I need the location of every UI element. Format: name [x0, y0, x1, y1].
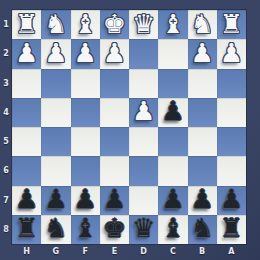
square-e3[interactable]	[100, 69, 129, 98]
square-h4[interactable]	[12, 98, 41, 127]
piece-white-king[interactable]: ♚	[103, 11, 126, 37]
square-c5[interactable]	[158, 127, 187, 156]
piece-white-bishop[interactable]: ♝	[73, 11, 96, 37]
rank-label-7: 7	[0, 186, 12, 215]
piece-black-bishop[interactable]: ♝	[161, 215, 184, 241]
square-h8[interactable]: ♜	[12, 215, 41, 244]
piece-black-rook[interactable]: ♜	[220, 215, 243, 241]
square-e7[interactable]: ♟	[100, 186, 129, 215]
square-c4[interactable]: ♟	[158, 98, 187, 127]
file-label-e: E	[100, 244, 129, 258]
square-e5[interactable]	[100, 127, 129, 156]
piece-white-pawn[interactable]: ♟	[190, 40, 213, 66]
piece-white-pawn[interactable]: ♟	[103, 40, 126, 66]
square-g5[interactable]	[41, 127, 70, 156]
piece-white-knight[interactable]: ♞	[190, 11, 213, 37]
square-g1[interactable]: ♞	[41, 10, 70, 39]
file-label-b: B	[188, 244, 217, 258]
file-label-a: A	[217, 244, 246, 258]
square-g6[interactable]	[41, 156, 70, 185]
square-b6[interactable]	[188, 156, 217, 185]
square-f3[interactable]	[71, 69, 100, 98]
square-a1[interactable]: ♜	[217, 10, 246, 39]
piece-white-pawn[interactable]: ♟	[15, 40, 38, 66]
square-c6[interactable]	[158, 156, 187, 185]
square-f5[interactable]	[71, 127, 100, 156]
piece-white-pawn[interactable]: ♟	[220, 40, 243, 66]
square-h1[interactable]: ♜	[12, 10, 41, 39]
square-g7[interactable]: ♟	[41, 186, 70, 215]
piece-black-pawn[interactable]: ♟	[161, 186, 184, 212]
square-d8[interactable]: ♛	[129, 215, 158, 244]
file-labels: HGFEDCBA	[12, 244, 246, 258]
square-d4[interactable]: ♟	[129, 98, 158, 127]
square-h6[interactable]	[12, 156, 41, 185]
square-b1[interactable]: ♞	[188, 10, 217, 39]
rank-label-1: 1	[0, 10, 12, 39]
square-a8[interactable]: ♜	[217, 215, 246, 244]
piece-black-pawn[interactable]: ♟	[161, 98, 184, 124]
square-c1[interactable]: ♝	[158, 10, 187, 39]
file-label-d: D	[129, 244, 158, 258]
square-d7[interactable]	[129, 186, 158, 215]
square-c3[interactable]	[158, 69, 187, 98]
piece-black-rook[interactable]: ♜	[15, 215, 38, 241]
square-a7[interactable]: ♟	[217, 186, 246, 215]
file-label-f: F	[71, 244, 100, 258]
square-f1[interactable]: ♝	[71, 10, 100, 39]
square-b8[interactable]: ♞	[188, 215, 217, 244]
piece-black-pawn[interactable]: ♟	[190, 186, 213, 212]
chess-board-frame: 12345678 ♜♞♝♚♛♝♞♜♟♟♟♟♟♟♟♟♟♟♟♟♟♟♟♜♞♝♚♛♝♞♜…	[0, 0, 260, 260]
square-e6[interactable]	[100, 156, 129, 185]
piece-black-king[interactable]: ♚	[103, 215, 126, 241]
piece-white-rook[interactable]: ♜	[220, 11, 243, 37]
square-b5[interactable]	[188, 127, 217, 156]
square-f8[interactable]: ♝	[71, 215, 100, 244]
piece-white-queen[interactable]: ♛	[132, 11, 155, 37]
piece-black-pawn[interactable]: ♟	[220, 186, 243, 212]
square-c8[interactable]: ♝	[158, 215, 187, 244]
square-e4[interactable]	[100, 98, 129, 127]
square-c2[interactable]	[158, 39, 187, 68]
square-f6[interactable]	[71, 156, 100, 185]
piece-black-bishop[interactable]: ♝	[73, 215, 96, 241]
rank-label-6: 6	[0, 156, 12, 185]
square-h7[interactable]: ♟	[12, 186, 41, 215]
square-e8[interactable]: ♚	[100, 215, 129, 244]
piece-white-rook[interactable]: ♜	[15, 11, 38, 37]
square-b7[interactable]: ♟	[188, 186, 217, 215]
piece-black-knight[interactable]: ♞	[190, 215, 213, 241]
piece-white-pawn[interactable]: ♟	[44, 40, 67, 66]
piece-black-pawn[interactable]: ♟	[103, 186, 126, 212]
file-label-g: G	[41, 244, 70, 258]
square-d3[interactable]	[129, 69, 158, 98]
square-h5[interactable]	[12, 127, 41, 156]
square-f2[interactable]: ♟	[71, 39, 100, 68]
square-d1[interactable]: ♛	[129, 10, 158, 39]
file-label-h: H	[12, 244, 41, 258]
rank-label-4: 4	[0, 98, 12, 127]
square-g4[interactable]	[41, 98, 70, 127]
rank-labels: 12345678	[0, 10, 12, 244]
square-c7[interactable]: ♟	[158, 186, 187, 215]
square-h3[interactable]	[12, 69, 41, 98]
piece-white-pawn[interactable]: ♟	[73, 40, 96, 66]
piece-black-knight[interactable]: ♞	[44, 215, 67, 241]
square-d5[interactable]	[129, 127, 158, 156]
piece-black-pawn[interactable]: ♟	[44, 186, 67, 212]
rank-label-3: 3	[0, 69, 12, 98]
piece-black-pawn[interactable]: ♟	[15, 186, 38, 212]
square-f4[interactable]	[71, 98, 100, 127]
square-a4[interactable]	[217, 98, 246, 127]
piece-white-pawn[interactable]: ♟	[132, 98, 155, 124]
rank-label-8: 8	[0, 215, 12, 244]
piece-white-knight[interactable]: ♞	[44, 11, 67, 37]
chess-board: ♜♞♝♚♛♝♞♜♟♟♟♟♟♟♟♟♟♟♟♟♟♟♟♜♞♝♚♛♝♞♜	[12, 10, 246, 244]
file-label-c: C	[158, 244, 187, 258]
rank-label-5: 5	[0, 127, 12, 156]
square-e2[interactable]: ♟	[100, 39, 129, 68]
square-g3[interactable]	[41, 69, 70, 98]
square-b3[interactable]	[188, 69, 217, 98]
square-e1[interactable]: ♚	[100, 10, 129, 39]
piece-black-pawn[interactable]: ♟	[73, 186, 96, 212]
square-f7[interactable]: ♟	[71, 186, 100, 215]
square-d2[interactable]	[129, 39, 158, 68]
piece-white-bishop[interactable]: ♝	[161, 11, 184, 37]
square-b4[interactable]	[188, 98, 217, 127]
square-h2[interactable]: ♟	[12, 39, 41, 68]
square-g2[interactable]: ♟	[41, 39, 70, 68]
square-a2[interactable]: ♟	[217, 39, 246, 68]
square-g8[interactable]: ♞	[41, 215, 70, 244]
square-a6[interactable]	[217, 156, 246, 185]
rank-label-2: 2	[0, 39, 12, 68]
square-a3[interactable]	[217, 69, 246, 98]
piece-black-queen[interactable]: ♛	[132, 215, 155, 241]
square-d6[interactable]	[129, 156, 158, 185]
square-b2[interactable]: ♟	[188, 39, 217, 68]
square-a5[interactable]	[217, 127, 246, 156]
